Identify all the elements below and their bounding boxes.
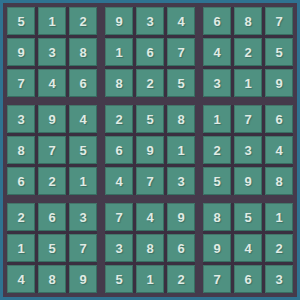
cell-r8c9[interactable]: 2: [265, 234, 293, 262]
cell-r8c5[interactable]: 8: [136, 234, 164, 262]
cell-r4c4[interactable]: 2: [105, 105, 133, 133]
cell-r6c5[interactable]: 7: [136, 167, 164, 195]
cell-r6c1[interactable]: 6: [7, 167, 35, 195]
cell-r8c8[interactable]: 4: [234, 234, 262, 262]
cell-r6c4[interactable]: 4: [105, 167, 133, 195]
cell-r9c1[interactable]: 4: [7, 265, 35, 293]
cell-r6c2[interactable]: 2: [38, 167, 66, 195]
cell-r1c2[interactable]: 1: [38, 7, 66, 35]
cell-r4c9[interactable]: 6: [265, 105, 293, 133]
cell-r1c8[interactable]: 8: [234, 7, 262, 35]
cell-r1c7[interactable]: 6: [203, 7, 231, 35]
cell-r5c2[interactable]: 7: [38, 136, 66, 164]
cell-r1c5[interactable]: 3: [136, 7, 164, 35]
cell-r7c8[interactable]: 5: [234, 203, 262, 231]
cell-r7c1[interactable]: 2: [7, 203, 35, 231]
block-1-2: 934167825: [105, 7, 195, 97]
block-3-1: 263157489: [7, 203, 97, 293]
cell-r8c6[interactable]: 6: [167, 234, 195, 262]
cell-r2c5[interactable]: 6: [136, 38, 164, 66]
cell-r9c3[interactable]: 9: [69, 265, 97, 293]
cell-r5c9[interactable]: 4: [265, 136, 293, 164]
cell-r6c8[interactable]: 9: [234, 167, 262, 195]
cell-r5c8[interactable]: 3: [234, 136, 262, 164]
cell-r5c1[interactable]: 8: [7, 136, 35, 164]
cell-r7c3[interactable]: 3: [69, 203, 97, 231]
cell-r8c2[interactable]: 5: [38, 234, 66, 262]
cell-r9c8[interactable]: 6: [234, 265, 262, 293]
cell-r4c3[interactable]: 4: [69, 105, 97, 133]
cell-r5c4[interactable]: 6: [105, 136, 133, 164]
cell-r4c6[interactable]: 8: [167, 105, 195, 133]
cell-r2c8[interactable]: 2: [234, 38, 262, 66]
cell-r2c1[interactable]: 9: [7, 38, 35, 66]
block-3-3: 851942763: [203, 203, 293, 293]
cell-r7c9[interactable]: 1: [265, 203, 293, 231]
block-1-3: 687425319: [203, 7, 293, 97]
block-2-1: 394875621: [7, 105, 97, 195]
cell-r5c6[interactable]: 1: [167, 136, 195, 164]
cell-r9c9[interactable]: 3: [265, 265, 293, 293]
cell-r2c2[interactable]: 3: [38, 38, 66, 66]
cell-r4c1[interactable]: 3: [7, 105, 35, 133]
cell-r3c1[interactable]: 7: [7, 69, 35, 97]
cell-r1c9[interactable]: 7: [265, 7, 293, 35]
cell-r4c2[interactable]: 9: [38, 105, 66, 133]
cell-r9c7[interactable]: 7: [203, 265, 231, 293]
cell-r3c4[interactable]: 8: [105, 69, 133, 97]
cell-r4c8[interactable]: 7: [234, 105, 262, 133]
cell-r7c4[interactable]: 7: [105, 203, 133, 231]
cell-r9c5[interactable]: 1: [136, 265, 164, 293]
cell-r4c7[interactable]: 1: [203, 105, 231, 133]
cell-r2c3[interactable]: 8: [69, 38, 97, 66]
block-2-3: 176234598: [203, 105, 293, 195]
cell-r1c3[interactable]: 2: [69, 7, 97, 35]
cell-r2c9[interactable]: 5: [265, 38, 293, 66]
cell-r5c7[interactable]: 2: [203, 136, 231, 164]
cell-r8c7[interactable]: 9: [203, 234, 231, 262]
cell-r7c6[interactable]: 9: [167, 203, 195, 231]
cell-r3c9[interactable]: 9: [265, 69, 293, 97]
block-3-2: 749386512: [105, 203, 195, 293]
cell-r7c2[interactable]: 6: [38, 203, 66, 231]
cell-r9c2[interactable]: 8: [38, 265, 66, 293]
cell-r2c6[interactable]: 7: [167, 38, 195, 66]
cell-r8c4[interactable]: 3: [105, 234, 133, 262]
cell-r4c5[interactable]: 5: [136, 105, 164, 133]
sudoku-board: 5129387469341678256874253193948756212586…: [0, 0, 300, 300]
cell-r6c6[interactable]: 3: [167, 167, 195, 195]
cell-r6c7[interactable]: 5: [203, 167, 231, 195]
cell-r1c4[interactable]: 9: [105, 7, 133, 35]
cell-r5c3[interactable]: 5: [69, 136, 97, 164]
cell-r3c7[interactable]: 3: [203, 69, 231, 97]
cell-r3c2[interactable]: 4: [38, 69, 66, 97]
cell-r1c6[interactable]: 4: [167, 7, 195, 35]
cell-r7c7[interactable]: 8: [203, 203, 231, 231]
cell-r5c5[interactable]: 9: [136, 136, 164, 164]
cell-r3c6[interactable]: 5: [167, 69, 195, 97]
cell-r6c3[interactable]: 1: [69, 167, 97, 195]
cell-r2c7[interactable]: 4: [203, 38, 231, 66]
cell-r9c6[interactable]: 2: [167, 265, 195, 293]
cell-r1c1[interactable]: 5: [7, 7, 35, 35]
cell-r2c4[interactable]: 1: [105, 38, 133, 66]
cell-r6c9[interactable]: 8: [265, 167, 293, 195]
board-frame: 5129387469341678256874253193948756212586…: [3, 3, 297, 297]
cell-r9c4[interactable]: 5: [105, 265, 133, 293]
cell-r7c5[interactable]: 4: [136, 203, 164, 231]
cell-r8c3[interactable]: 7: [69, 234, 97, 262]
block-1-1: 512938746: [7, 7, 97, 97]
block-2-2: 258691473: [105, 105, 195, 195]
cell-r8c1[interactable]: 1: [7, 234, 35, 262]
cell-r3c3[interactable]: 6: [69, 69, 97, 97]
cell-r3c8[interactable]: 1: [234, 69, 262, 97]
cell-r3c5[interactable]: 2: [136, 69, 164, 97]
